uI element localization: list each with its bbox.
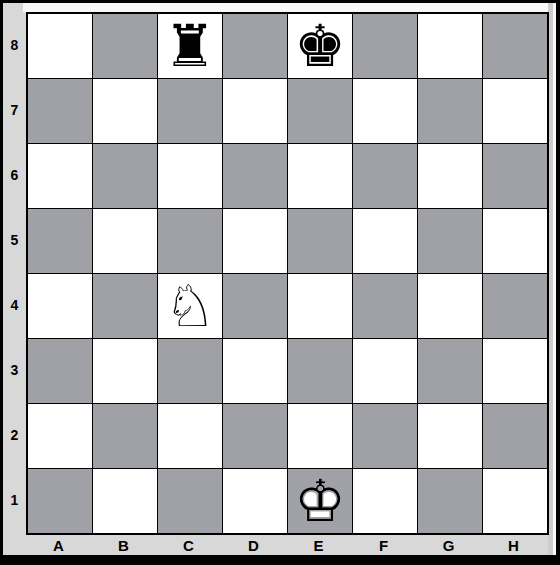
square-c1[interactable] [158, 469, 222, 533]
rank-label-1: 1 [3, 467, 26, 532]
chess-window: 87654321 ♜♚♞♘♚♔ ABCDEFGH [0, 0, 560, 565]
square-h2[interactable] [483, 404, 547, 468]
rank-label-5: 5 [3, 207, 26, 272]
square-d5[interactable] [223, 209, 287, 273]
square-b7[interactable] [93, 79, 157, 143]
board-frame: 87654321 ♜♚♞♘♚♔ ABCDEFGH [3, 3, 556, 555]
square-c4[interactable]: ♞♘ [158, 274, 222, 338]
square-a8[interactable] [28, 14, 92, 78]
black-king-piece[interactable]: ♚ [288, 14, 352, 78]
frame-top-highlight [23, 3, 556, 12]
square-g3[interactable] [418, 339, 482, 403]
square-h5[interactable] [483, 209, 547, 273]
square-h6[interactable] [483, 144, 547, 208]
square-h3[interactable] [483, 339, 547, 403]
square-e3[interactable] [288, 339, 352, 403]
square-d3[interactable] [223, 339, 287, 403]
square-d4[interactable] [223, 274, 287, 338]
square-b4[interactable] [93, 274, 157, 338]
rank-label-6: 6 [3, 142, 26, 207]
file-label-d: D [221, 535, 286, 555]
square-f1[interactable] [353, 469, 417, 533]
square-a2[interactable] [28, 404, 92, 468]
square-c5[interactable] [158, 209, 222, 273]
square-g1[interactable] [418, 469, 482, 533]
file-label-b: B [91, 535, 156, 555]
frame-right-highlight [548, 3, 556, 555]
file-label-a: A [26, 535, 91, 555]
square-f7[interactable] [353, 79, 417, 143]
file-label-f: F [351, 535, 416, 555]
rank-label-7: 7 [3, 77, 26, 142]
square-b1[interactable] [93, 469, 157, 533]
square-a7[interactable] [28, 79, 92, 143]
white-king-outline-glyph: ♔ [288, 469, 352, 533]
square-b2[interactable] [93, 404, 157, 468]
square-c8[interactable]: ♜ [158, 14, 222, 78]
square-f3[interactable] [353, 339, 417, 403]
square-f4[interactable] [353, 274, 417, 338]
file-label-g: G [416, 535, 481, 555]
square-b8[interactable] [93, 14, 157, 78]
square-d8[interactable] [223, 14, 287, 78]
square-b6[interactable] [93, 144, 157, 208]
square-d1[interactable] [223, 469, 287, 533]
square-a6[interactable] [28, 144, 92, 208]
file-label-c: C [156, 535, 221, 555]
square-e5[interactable] [288, 209, 352, 273]
square-b3[interactable] [93, 339, 157, 403]
square-c3[interactable] [158, 339, 222, 403]
square-f6[interactable] [353, 144, 417, 208]
square-d6[interactable] [223, 144, 287, 208]
square-g8[interactable] [418, 14, 482, 78]
square-g2[interactable] [418, 404, 482, 468]
square-g5[interactable] [418, 209, 482, 273]
rank-label-2: 2 [3, 402, 26, 467]
square-f8[interactable] [353, 14, 417, 78]
rank-label-8: 8 [3, 12, 26, 77]
board: ♜♚♞♘♚♔ [26, 12, 549, 535]
square-a4[interactable] [28, 274, 92, 338]
rank-labels: 87654321 [3, 12, 26, 535]
square-b5[interactable] [93, 209, 157, 273]
square-e7[interactable] [288, 79, 352, 143]
square-a5[interactable] [28, 209, 92, 273]
square-d7[interactable] [223, 79, 287, 143]
file-label-h: H [481, 535, 546, 555]
square-a1[interactable] [28, 469, 92, 533]
square-h7[interactable] [483, 79, 547, 143]
file-label-e: E [286, 535, 351, 555]
square-g6[interactable] [418, 144, 482, 208]
square-h8[interactable] [483, 14, 547, 78]
file-labels: ABCDEFGH [26, 535, 549, 555]
square-e8[interactable]: ♚ [288, 14, 352, 78]
square-d2[interactable] [223, 404, 287, 468]
white-knight-piece[interactable]: ♞♘ [158, 274, 222, 338]
square-c2[interactable] [158, 404, 222, 468]
white-king-piece[interactable]: ♚♔ [288, 469, 352, 533]
square-f2[interactable] [353, 404, 417, 468]
white-knight-outline-glyph: ♘ [158, 274, 222, 338]
square-h1[interactable] [483, 469, 547, 533]
square-g4[interactable] [418, 274, 482, 338]
square-e2[interactable] [288, 404, 352, 468]
black-rook-piece[interactable]: ♜ [158, 14, 222, 78]
rank-label-4: 4 [3, 272, 26, 337]
square-h4[interactable] [483, 274, 547, 338]
square-c6[interactable] [158, 144, 222, 208]
square-g7[interactable] [418, 79, 482, 143]
square-f5[interactable] [353, 209, 417, 273]
square-e4[interactable] [288, 274, 352, 338]
square-a3[interactable] [28, 339, 92, 403]
rank-label-3: 3 [3, 337, 26, 402]
square-e1[interactable]: ♚♔ [288, 469, 352, 533]
square-c7[interactable] [158, 79, 222, 143]
square-e6[interactable] [288, 144, 352, 208]
